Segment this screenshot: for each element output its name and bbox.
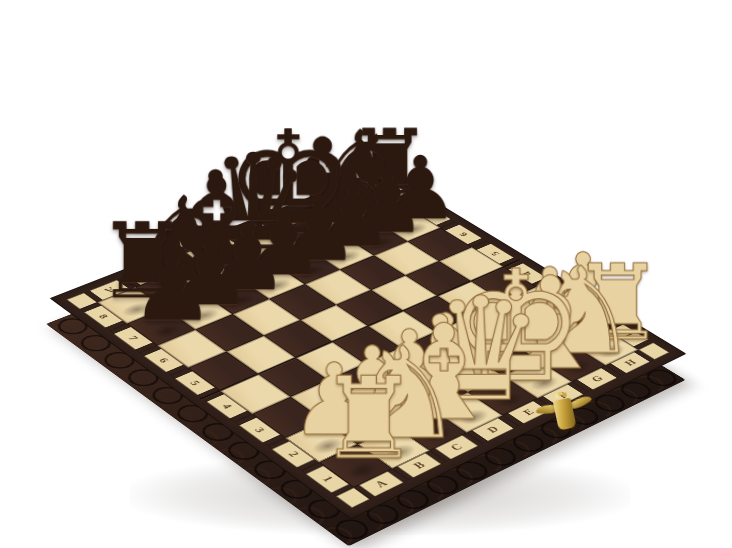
rank-label-text: 2 bbox=[284, 450, 302, 459]
rank-label-text: 1 bbox=[319, 474, 337, 484]
rank-label-text: 4 bbox=[218, 402, 235, 411]
rank-label-text: 8 bbox=[95, 312, 112, 320]
rank-label-text: 3 bbox=[251, 425, 269, 434]
rank-label-text: 6 bbox=[155, 356, 172, 364]
rank-label-text: 7 bbox=[125, 334, 142, 342]
file-label-text: A bbox=[372, 478, 391, 490]
rank-label-text: 5 bbox=[186, 379, 203, 388]
brass-clasp-icon bbox=[540, 387, 600, 443]
photo-background: ABCDEFGH8♜♞♝♛♚♝♞♜87♟♟♟♟♟♟♟♟7665544332♟♟♟… bbox=[0, 0, 732, 548]
piece-white-rook-a1[interactable]: ♜ bbox=[318, 362, 419, 475]
piece-black-pawn-a7[interactable]: ♟ bbox=[131, 241, 215, 334]
chess-box: ABCDEFGH8♜♞♝♛♚♝♞♜87♟♟♟♟♟♟♟♟7665544332♟♟♟… bbox=[123, 81, 613, 548]
